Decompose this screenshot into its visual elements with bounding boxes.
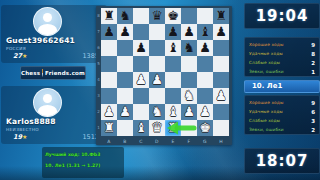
square-e4[interactable] [165,72,181,88]
player-name-bottom: Karlos8888 [6,117,106,126]
square-e6[interactable]: ♝ [165,40,181,56]
played-move-line: 10. Ле1 (1.31 → 1.27) [45,160,121,171]
square-a7[interactable]: ♟ [101,24,117,40]
square-h6[interactable] [213,40,229,56]
black-pawn: ♟ [213,24,229,40]
file-label-B: B [117,139,133,144]
clock-bottom: 18:07 [244,148,320,174]
square-e3[interactable] [165,88,181,104]
player-level-bottom: 19★ [13,133,27,141]
shield-icon [42,69,43,77]
white-rook: ♜ [165,120,181,136]
file-label-C: C [133,139,149,144]
square-a8[interactable]: ♜ [101,8,117,24]
square-a5[interactable] [101,56,117,72]
square-f1[interactable] [181,120,197,136]
square-g3[interactable] [197,88,213,104]
board-squares: ♜♞♛♚♜♟♟♟♟♝♟♟♝♞♟♟♟♞♟♟♟♞♝♟♟♜♝♛♜♚ [101,8,229,136]
square-d5[interactable] [149,56,165,72]
stat-value: 2 [311,127,315,133]
black-pawn: ♟ [133,40,149,56]
stat-row: Слабые ходы3 [249,116,315,125]
file-labels: ABCDEFGH [101,139,229,144]
white-knight: ♞ [181,88,197,104]
square-a6[interactable] [101,40,117,56]
logo-text-left: Chess [21,70,40,76]
stat-label: Удачные ходы [249,51,283,56]
white-queen: ♛ [149,120,165,136]
square-d3[interactable] [149,88,165,104]
stat-row: Слабые ходы2 [249,58,315,67]
black-rook: ♜ [101,8,117,24]
black-bishop: ♝ [165,40,181,56]
stat-label: Удачные ходы [249,109,283,114]
avatar-silhouette [43,94,52,103]
square-e7[interactable]: ♟ [165,24,181,40]
stat-row: Хорошие ходы9 [249,98,315,107]
black-bishop: ♝ [197,24,213,40]
square-a4[interactable] [101,72,117,88]
stat-value: 9 [311,42,315,48]
square-c8[interactable] [133,8,149,24]
square-g7[interactable]: ♝ [197,24,213,40]
square-h4[interactable] [213,72,229,88]
logo-text-right: Friends.com [45,70,85,76]
player-level-top: 27★ [13,52,27,60]
square-b1[interactable] [117,120,133,136]
stat-value: 6 [311,109,315,115]
square-g8[interactable] [197,8,213,24]
stat-value: 8 [311,51,315,57]
square-f4[interactable] [181,72,197,88]
square-e2[interactable]: ♝ [165,104,181,120]
stat-row: Удачные ходы8 [249,49,315,58]
square-h7[interactable]: ♟ [213,24,229,40]
square-f7[interactable]: ♟ [181,24,197,40]
player-country-bottom: НЕИЗВЕСТНО [6,127,39,132]
square-g5[interactable] [197,56,213,72]
black-rook: ♜ [213,8,229,24]
stat-value: 3 [311,118,315,124]
black-knight: ♞ [117,8,133,24]
square-b6[interactable] [117,40,133,56]
black-pawn: ♟ [197,40,213,56]
square-g2[interactable]: ♟ [197,104,213,120]
stat-row: Хорошие ходы9 [249,40,315,49]
file-label-F: F [181,139,197,144]
white-knight: ♞ [149,104,165,120]
stat-row: Зевки, ошибки2 [249,125,315,134]
black-pawn: ♟ [101,24,117,40]
square-f3[interactable]: ♞ [181,88,197,104]
square-c5[interactable] [133,56,149,72]
player-name-top: Guest39662641 [6,36,106,45]
stat-label: Зевки, ошибки [249,69,284,74]
star-icon: ★ [22,133,27,140]
player-avatar [33,88,62,117]
square-b3[interactable] [117,88,133,104]
square-b8[interactable]: ♞ [117,8,133,24]
square-h3[interactable]: ♟ [213,88,229,104]
stats-panel-top: Хорошие ходы9Удачные ходы8Слабые ходы2Зе… [244,37,320,77]
best-move-line: Лучший ход: 10.Фb3 [45,149,121,160]
stat-value: 1 [311,69,315,75]
file-label-D: D [149,139,165,144]
white-bishop: ♝ [165,104,181,120]
player-card-top: Guest39662641 РОССИЯ 27★ 1385 [1,5,107,63]
stat-label: Хорошие ходы [249,100,283,105]
square-f6[interactable]: ♞ [181,40,197,56]
square-d7[interactable] [149,24,165,40]
player-avatar [33,7,62,36]
black-king: ♚ [165,8,181,24]
black-pawn: ♟ [165,24,181,40]
white-pawn: ♟ [101,104,117,120]
clock-top: 19:04 [244,3,320,29]
square-d8[interactable]: ♛ [149,8,165,24]
star-icon: ★ [22,52,27,59]
black-knight: ♞ [181,40,197,56]
black-queen: ♛ [149,8,165,24]
square-a1[interactable]: ♜ [101,120,117,136]
white-pawn: ♟ [181,104,197,120]
stat-value: 2 [311,60,315,66]
square-h8[interactable]: ♜ [213,8,229,24]
file-label-A: A [101,139,117,144]
square-b2[interactable]: ♟ [117,104,133,120]
stats-panel-bottom: Хорошие ходы9Удачные ходы6Слабые ходы3Зе… [244,95,320,135]
black-pawn: ♟ [117,24,133,40]
square-e5[interactable] [165,56,181,72]
white-pawn: ♟ [117,104,133,120]
white-pawn: ♟ [197,104,213,120]
white-rook: ♜ [101,120,117,136]
stat-row: Удачные ходы6 [249,107,315,116]
square-c1[interactable]: ♝ [133,120,149,136]
square-h2[interactable] [213,104,229,120]
stat-label: Хорошие ходы [249,42,283,47]
square-d4[interactable]: ♟ [149,72,165,88]
avatar-silhouette [43,13,52,22]
square-f8[interactable] [181,8,197,24]
chess-board: 87654321 ♜♞♛♚♜♟♟♟♟♝♟♟♝♞♟♟♟♞♟♟♟♞♝♟♟♜♝♛♜♚ … [96,6,232,145]
square-h1[interactable] [213,120,229,136]
player-country-top: РОССИЯ [6,46,26,51]
stat-label: Зевки, ошибки [249,127,284,132]
analysis-box: Лучший ход: 10.Фb3 10. Ле1 (1.31 → 1.27) [42,147,124,178]
square-g6[interactable]: ♟ [197,40,213,56]
square-e8[interactable]: ♚ [165,8,181,24]
player-card-bottom: Karlos8888 НЕИЗВЕСТНО 19★ 1512 [1,86,107,144]
square-e1[interactable]: ♜ [165,120,181,136]
square-c4[interactable]: ♟ [133,72,149,88]
white-pawn: ♟ [213,88,229,104]
stat-label: Слабые ходы [249,118,280,123]
square-c2[interactable] [133,104,149,120]
stat-value: 9 [311,100,315,106]
white-king: ♚ [197,120,213,136]
file-label-E: E [165,139,181,144]
app-background: Guest39662641 РОССИЯ 27★ 1385 Chess Frie… [0,0,320,180]
square-h5[interactable] [213,56,229,72]
file-label-G: G [197,139,213,144]
square-c6[interactable]: ♟ [133,40,149,56]
black-pawn: ♟ [181,24,197,40]
square-a2[interactable]: ♟ [101,104,117,120]
white-bishop: ♝ [133,120,149,136]
square-b4[interactable] [117,72,133,88]
file-label-H: H [213,139,229,144]
square-g4[interactable] [197,72,213,88]
white-pawn: ♟ [149,72,165,88]
square-a3[interactable] [101,88,117,104]
square-f2[interactable]: ♟ [181,104,197,120]
square-f5[interactable] [181,56,197,72]
square-c7[interactable] [133,24,149,40]
square-d1[interactable]: ♛ [149,120,165,136]
white-pawn: ♟ [133,72,149,88]
chessfriends-logo: Chess Friends.com [20,66,86,80]
square-d6[interactable] [149,40,165,56]
square-c3[interactable] [133,88,149,104]
stat-row: Зевки, ошибки1 [249,67,315,76]
square-b7[interactable]: ♟ [117,24,133,40]
square-d2[interactable]: ♞ [149,104,165,120]
stat-label: Слабые ходы [249,60,280,65]
square-b5[interactable] [117,56,133,72]
square-g1[interactable]: ♚ [197,120,213,136]
move-banner: 10. Ле1 [244,80,320,93]
